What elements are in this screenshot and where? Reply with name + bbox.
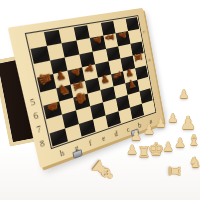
dark-bishop-c2: ♝ (104, 31, 116, 43)
right-edge-mark-0: 6 (142, 30, 147, 34)
dark-pawn-d5: ♟ (100, 72, 110, 84)
light-pawn-1: ♟ (179, 88, 190, 100)
product-photo-scene: ♟♝♟♛♟♟♟♜♞♜♟♝♟♞♚♟ hgfedcba567869 ♟♟♟♟♟♟♟♜… (0, 0, 200, 200)
dark-pawn-b2: ♟ (118, 30, 127, 39)
file-label-h: h (59, 148, 65, 158)
dark-pawn-d2: ♟ (92, 35, 102, 45)
right-edge-mark-1: 9 (147, 58, 152, 62)
chess-board-wrapper: ♟♝♟♛♟♟♟♜♞♜♟♝♟♞♚♟ hgfedcba567869 (8, 8, 164, 169)
file-label-d: d (114, 129, 119, 138)
square-a8 (141, 100, 154, 115)
dark-pawn-b6: ♟ (127, 78, 136, 90)
dark-pawn-f4: ♟ (70, 67, 81, 78)
light-pawn-10: ♟ (162, 140, 174, 153)
rank-label-7: 7 (36, 124, 42, 135)
rank-label-5: 5 (29, 96, 35, 107)
dark-knight-h6: ♞ (44, 100, 58, 113)
rank-label-8: 8 (39, 138, 45, 149)
file-label-c: c (126, 125, 130, 134)
light-rook-8: ♜ (137, 145, 150, 160)
rank-label-6: 6 (33, 110, 39, 121)
dark-pawn-b5: ♟ (125, 66, 134, 78)
light-bishop-15: ♝ (84, 152, 122, 189)
light-pawn-7: ♟ (126, 143, 138, 156)
file-label-f: f (88, 138, 92, 147)
light-rook-14: ♜ (166, 164, 181, 178)
file-label-e: e (101, 133, 106, 142)
light-pawn-6: ♟ (180, 114, 196, 132)
light-king-9: ♚ (148, 140, 164, 158)
file-label-a: a (149, 117, 153, 126)
light-pawn-11: ♟ (174, 136, 186, 149)
light-knight-13: ♞ (189, 155, 200, 169)
chess-board: ♟♝♟♛♟♟♟♜♞♜♟♝♟♞♚♟ hgfedcba567869 (8, 8, 164, 169)
light-bishop-12: ♝ (187, 133, 200, 148)
